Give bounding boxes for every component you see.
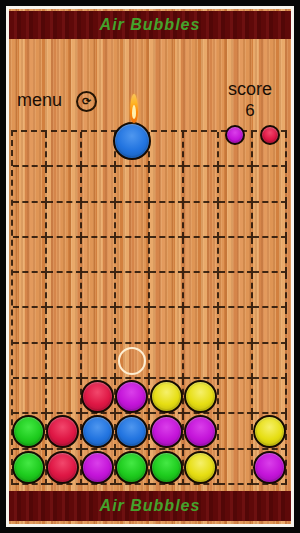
score-value: 6 <box>222 101 278 121</box>
bottom-title-bar: Air Bubbles <box>9 491 291 521</box>
bubble-blue[interactable] <box>81 415 114 448</box>
bubble-purple[interactable] <box>81 451 114 484</box>
bubble-yellow[interactable] <box>184 451 217 484</box>
falling-bubble-blue <box>113 122 151 160</box>
target-ring <box>118 347 146 375</box>
top-title-bar: Air Bubbles <box>9 11 291 39</box>
bubble-green[interactable] <box>12 415 45 448</box>
bubble-purple[interactable] <box>253 451 286 484</box>
restart-icon[interactable]: ⟳ <box>76 91 97 112</box>
score-label: score <box>222 79 278 100</box>
bubble-yellow[interactable] <box>150 380 183 413</box>
bubble-yellow[interactable] <box>184 380 217 413</box>
small-air-bubble-purple <box>225 125 245 145</box>
menu-button[interactable]: menu <box>17 90 62 111</box>
bubble-red[interactable] <box>81 380 114 413</box>
app-title: Air Bubbles <box>100 16 201 34</box>
bubble-green[interactable] <box>150 451 183 484</box>
bubble-blue[interactable] <box>115 415 148 448</box>
bubble-green[interactable] <box>115 451 148 484</box>
bubble-red[interactable] <box>46 415 79 448</box>
score-panel: score 6 <box>222 79 278 121</box>
bubble-green[interactable] <box>12 451 45 484</box>
candle-flame-icon <box>129 94 139 123</box>
bubble-purple[interactable] <box>115 380 148 413</box>
game-screen: Air Bubbles menu ⟳ score 6 Air Bubbles <box>0 0 300 533</box>
small-air-bubble-red <box>260 125 280 145</box>
bubble-yellow[interactable] <box>253 415 286 448</box>
bubble-purple[interactable] <box>150 415 183 448</box>
app-title-bottom: Air Bubbles <box>100 497 201 515</box>
bubble-red[interactable] <box>46 451 79 484</box>
bubble-purple[interactable] <box>184 415 217 448</box>
